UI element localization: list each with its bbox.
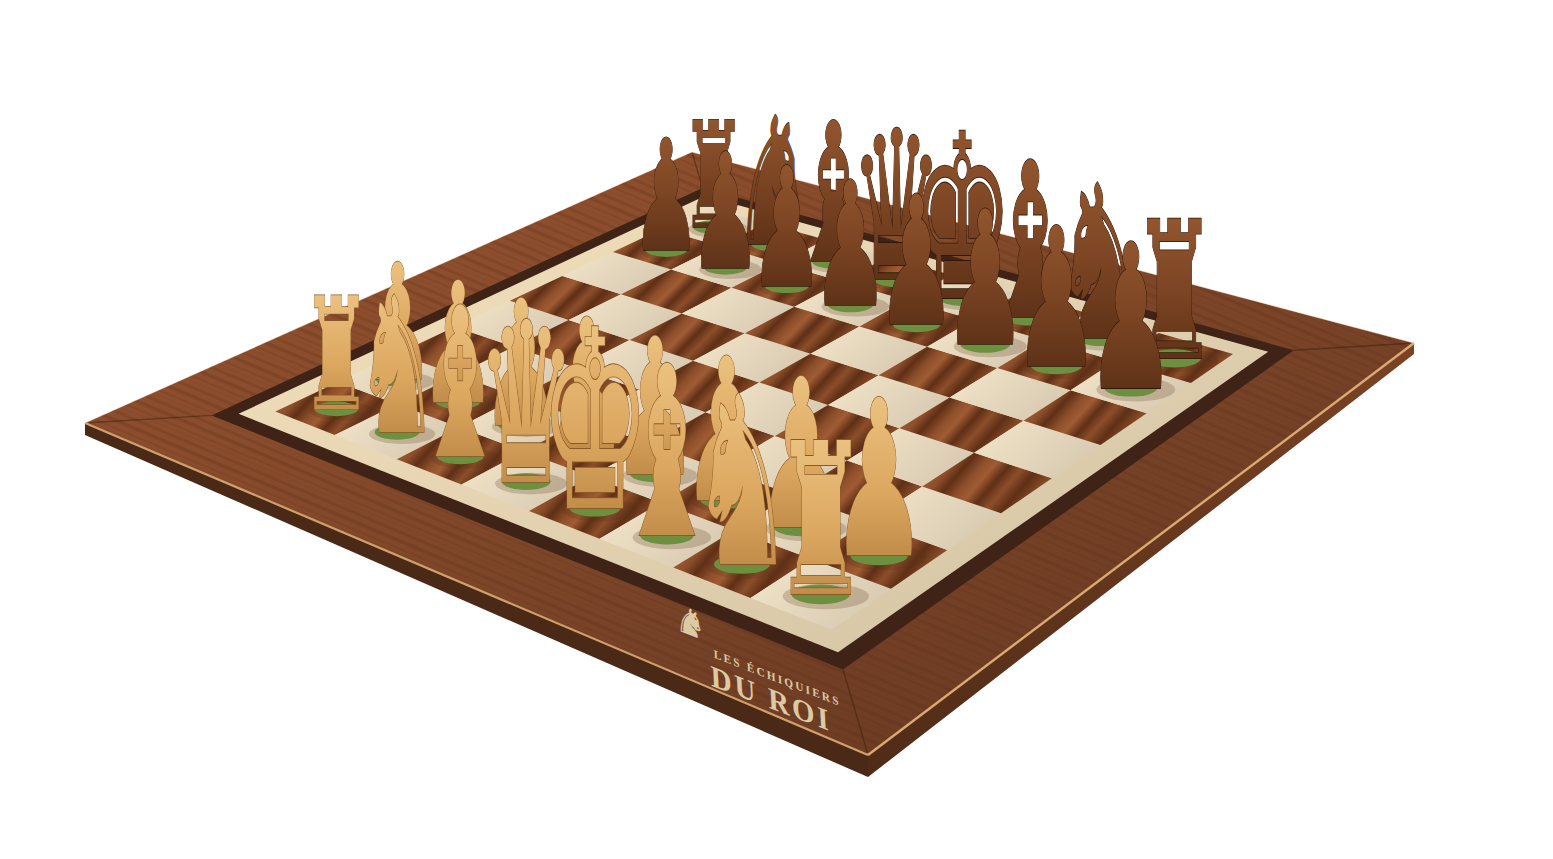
piece-white-rook-h1[interactable]: ♜ — [773, 398, 868, 643]
piece-black-pawn-h7[interactable]: ♟ — [1086, 200, 1176, 435]
piece-glyph: ♟ — [1086, 200, 1176, 435]
piece-glyph: ♜ — [773, 398, 868, 643]
product-photo-stage: ♞ LES ÉCHIQUIERS DU ROI ♜♞♟♝♟♛♟♚♟♝♟♞♟♜♟♟… — [0, 0, 1553, 859]
chessboard-scene: ♞ LES ÉCHIQUIERS DU ROI ♜♞♟♝♟♛♟♚♟♝♟♞♟♜♟♟… — [0, 0, 1553, 859]
